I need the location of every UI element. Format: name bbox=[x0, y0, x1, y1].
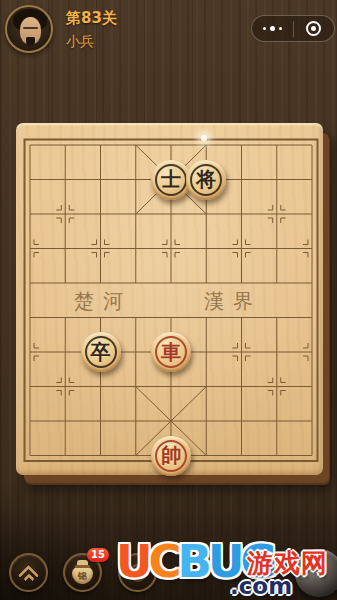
piece-glyph: 士 bbox=[151, 160, 191, 200]
bottom-shade bbox=[0, 478, 337, 600]
watermark-letter: U bbox=[208, 535, 241, 588]
title-block: 第83关 小兵 bbox=[66, 11, 117, 48]
avatar-beard bbox=[26, 37, 35, 46]
difficulty-label: 小兵 bbox=[66, 34, 117, 48]
avatar-eyes bbox=[23, 27, 38, 29]
avatar[interactable] bbox=[5, 5, 53, 53]
piece-black-general[interactable]: 将 bbox=[186, 160, 226, 200]
piece-glyph: 車 bbox=[151, 332, 191, 372]
brocade-bag-icon: 锦 bbox=[72, 566, 93, 584]
piece-glyph: 卒 bbox=[81, 332, 121, 372]
level-title: 第83关 bbox=[66, 11, 117, 26]
watermark-domain: .com bbox=[230, 573, 292, 599]
app-screen: 第83关 小兵 楚河 漢界 士将卒車帥 锦 15 U bbox=[0, 0, 337, 600]
bag-count-badge: 15 bbox=[87, 548, 109, 562]
piece-black-advisor[interactable]: 士 bbox=[151, 160, 191, 200]
sphere-button[interactable] bbox=[295, 549, 337, 597]
header: 第83关 小兵 bbox=[0, 0, 337, 62]
piece-glyph: 将 bbox=[186, 160, 226, 200]
piece-red-general[interactable]: 帥 bbox=[151, 436, 191, 476]
dot bbox=[263, 27, 266, 30]
circle-dot-icon bbox=[306, 21, 321, 36]
watermark-letter: G bbox=[240, 535, 273, 588]
watermark-letter: B bbox=[178, 535, 208, 588]
obscured-button[interactable] bbox=[118, 553, 157, 592]
more-icon[interactable] bbox=[252, 16, 293, 41]
piece-black-soldier[interactable]: 卒 bbox=[81, 332, 121, 372]
wechat-capsule bbox=[251, 15, 335, 42]
dot bbox=[270, 26, 275, 31]
obscured-icon bbox=[129, 564, 147, 582]
piece-red-chariot[interactable]: 車 bbox=[151, 332, 191, 372]
hint-bag-button[interactable]: 锦 15 bbox=[63, 553, 102, 592]
piece-glyph: 帥 bbox=[151, 436, 191, 476]
dot bbox=[279, 27, 282, 30]
collapse-toolbar-button[interactable] bbox=[9, 553, 48, 592]
bag-character: 锦 bbox=[72, 570, 93, 583]
minimize-icon[interactable] bbox=[294, 16, 335, 41]
